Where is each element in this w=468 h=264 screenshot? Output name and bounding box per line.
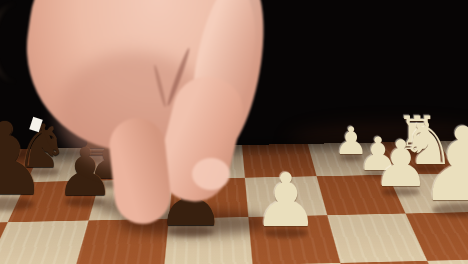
black-pawn-b7[interactable]: ♟: [52, 140, 118, 206]
black-pawn-e5-held[interactable]: ♟: [152, 159, 230, 237]
pieces-layer: ♟♞♜♟♟♟♟♟♟♜♞♟♟: [0, 0, 468, 264]
video-frame: ♟♞♜♟♟♟♟♟♟♜♞♟♟: [0, 0, 468, 264]
black-pawn-a7[interactable]: ♟: [0, 110, 54, 210]
white-pawn-a2[interactable]: ♟: [412, 114, 468, 216]
white-pawn-e4[interactable]: ♟: [249, 163, 323, 237]
